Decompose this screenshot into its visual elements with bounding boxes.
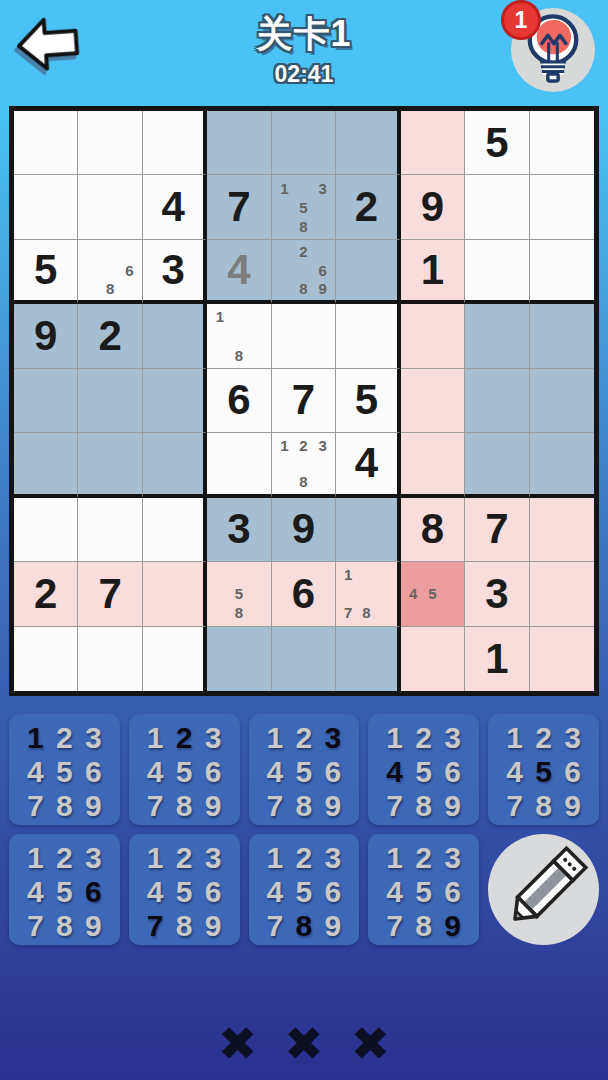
cell-r1c7[interactable]: [401, 111, 465, 175]
keypad-digit: 5: [289, 875, 318, 909]
cell-r6c7[interactable]: [401, 433, 465, 497]
keypad-digit: 3: [318, 841, 347, 875]
cell-value: 5: [485, 122, 508, 164]
keypad-button-2[interactable]: 123456789: [129, 714, 240, 825]
cell-value: 3: [485, 573, 508, 615]
cell-value: 6: [227, 379, 250, 421]
cell-value: 2: [355, 186, 378, 228]
note-digit: 8: [294, 473, 313, 491]
cell-r6c2[interactable]: [78, 433, 142, 497]
cell-r3c8[interactable]: [465, 240, 529, 304]
cell-r4c4[interactable]: 18: [207, 304, 271, 368]
cell-value: 7: [485, 508, 508, 550]
cell-r9c6[interactable]: [336, 627, 400, 691]
keypad-digit: 3: [438, 721, 467, 755]
cell-r4c1[interactable]: 9: [14, 304, 78, 368]
keypad-digit: 1: [380, 721, 409, 755]
cell-value: 3: [161, 249, 184, 291]
cell-r2c2[interactable]: [78, 175, 142, 239]
cell-value: 4: [227, 249, 250, 291]
keypad-digit: 5: [50, 755, 79, 789]
keypad-digit: 7: [261, 789, 290, 823]
keypad-digit: 5: [170, 755, 199, 789]
cell-notes: 1358: [275, 178, 332, 235]
note-digit: 1: [210, 307, 229, 326]
cell-value: 7: [292, 379, 315, 421]
cell-r4c2[interactable]: 2: [78, 304, 142, 368]
note-digit: 5: [423, 584, 442, 603]
cell-r9c9[interactable]: [530, 627, 594, 691]
keypad-digit: 6: [199, 875, 228, 909]
cell-r4c7[interactable]: [401, 304, 465, 368]
cell-r4c3[interactable]: [143, 304, 207, 368]
cell-r7c8[interactable]: 7: [465, 498, 529, 562]
cell-r3c6[interactable]: [336, 240, 400, 304]
keypad-digit: 6: [438, 875, 467, 909]
keypad-digit: 2: [529, 721, 558, 755]
cell-value: 7: [98, 573, 121, 615]
keypad-digit: 9: [438, 909, 467, 943]
cell-value: 9: [292, 508, 315, 550]
note-digit: 3: [313, 178, 332, 197]
keypad-digit: 4: [261, 755, 290, 789]
keypad-digit: 2: [409, 721, 438, 755]
sudoku-app-screen: 关卡1 02:41 1 5471358295683426891921867512…: [0, 0, 608, 1080]
note-digit: 8: [229, 603, 248, 622]
keypad-digit: 6: [199, 755, 228, 789]
cell-notes: 178: [339, 565, 393, 622]
cell-r4c9[interactable]: [530, 304, 594, 368]
keypad-digit: 5: [289, 755, 318, 789]
cell-r2c8[interactable]: [465, 175, 529, 239]
cell-r2c1[interactable]: [14, 175, 78, 239]
cell-value: 2: [34, 573, 57, 615]
cell-r1c5[interactable]: [272, 111, 336, 175]
cell-r5c5[interactable]: 7: [272, 369, 336, 433]
keypad-digit: 1: [380, 841, 409, 875]
cell-notes: 18: [210, 307, 267, 364]
cell-value: 5: [355, 379, 378, 421]
cell-r9c4[interactable]: [207, 627, 271, 691]
keypad-digit: 4: [141, 755, 170, 789]
cell-r8c2[interactable]: 7: [78, 562, 142, 626]
keypad-digit: 9: [199, 789, 228, 823]
cell-notes: 58: [210, 565, 267, 622]
cell-value: 2: [98, 315, 121, 357]
keypad-digit: 2: [409, 841, 438, 875]
keypad-digit: 8: [170, 789, 199, 823]
keypad-digit: 7: [21, 789, 50, 823]
cell-r2c6[interactable]: 2: [336, 175, 400, 239]
keypad-digit: 3: [199, 721, 228, 755]
keypad-digit: 1: [21, 841, 50, 875]
cell-r5c2[interactable]: [78, 369, 142, 433]
keypad-button-6[interactable]: 123456789: [9, 834, 120, 945]
cell-notes: 1238: [275, 436, 332, 490]
hint-button[interactable]: 1: [511, 8, 595, 92]
cell-r2c9[interactable]: [530, 175, 594, 239]
note-digit: 1: [275, 178, 294, 197]
keypad-button-7[interactable]: 123456789: [129, 834, 240, 945]
keypad-digit: 3: [79, 721, 108, 755]
cell-r7c5[interactable]: 9: [272, 498, 336, 562]
keypad-digit: 7: [141, 789, 170, 823]
keypad-digit: 4: [21, 755, 50, 789]
cell-r2c5[interactable]: 1358: [272, 175, 336, 239]
cell-r6c3[interactable]: [143, 433, 207, 497]
note-digit: 5: [229, 584, 248, 603]
note-digit: 1: [339, 565, 357, 584]
cell-r1c9[interactable]: [530, 111, 594, 175]
cell-r5c8[interactable]: [465, 369, 529, 433]
cell-r9c5[interactable]: [272, 627, 336, 691]
note-digit: 8: [357, 603, 375, 622]
cell-r7c2[interactable]: [78, 498, 142, 562]
keypad-digit: 2: [289, 841, 318, 875]
cell-r1c6[interactable]: [336, 111, 400, 175]
cell-r8c4[interactable]: 58: [207, 562, 271, 626]
cell-r2c7[interactable]: 9: [401, 175, 465, 239]
cell-r3c4[interactable]: 4: [207, 240, 271, 304]
cell-r4c5[interactable]: [272, 304, 336, 368]
cell-r3c9[interactable]: [530, 240, 594, 304]
keypad-digit: 4: [380, 755, 409, 789]
keypad-digit: 5: [170, 875, 199, 909]
cell-r4c8[interactable]: [465, 304, 529, 368]
note-digit: 8: [101, 279, 120, 297]
keypad-button-8[interactable]: 123456789: [249, 834, 360, 945]
cell-r6c1[interactable]: [14, 433, 78, 497]
cell-r7c6[interactable]: [336, 498, 400, 562]
cell-r8c8[interactable]: 3: [465, 562, 529, 626]
keypad-digit: 5: [409, 755, 438, 789]
keypad-digit: 3: [438, 841, 467, 875]
mistake-x-icon: ✖: [218, 1006, 257, 1080]
keypad-digit: 9: [199, 909, 228, 943]
note-digit: 2: [294, 243, 313, 261]
note-digit: 6: [313, 261, 332, 279]
keypad-digit: 9: [318, 789, 347, 823]
cell-r7c9[interactable]: [530, 498, 594, 562]
cell-r4c6[interactable]: [336, 304, 400, 368]
header: 关卡1 02:41 1: [0, 0, 608, 106]
keypad-digit: 2: [50, 841, 79, 875]
cell-r5c6[interactable]: 5: [336, 369, 400, 433]
keypad-digit: 9: [79, 789, 108, 823]
keypad-digit: 9: [558, 789, 587, 823]
keypad-digit: 8: [50, 789, 79, 823]
keypad-digit: 9: [438, 789, 467, 823]
keypad-digit: 3: [199, 841, 228, 875]
cell-r9c8[interactable]: 1: [465, 627, 529, 691]
note-digit: 6: [120, 261, 139, 279]
cell-r5c3[interactable]: [143, 369, 207, 433]
keypad-digit: 2: [170, 721, 199, 755]
cell-r7c7[interactable]: 8: [401, 498, 465, 562]
cell-value: 1: [421, 249, 444, 291]
mistake-x-icon: ✖: [351, 1006, 390, 1080]
cell-value: 5: [34, 249, 57, 291]
cell-r5c1[interactable]: [14, 369, 78, 433]
keypad-digit: 3: [558, 721, 587, 755]
cell-r9c2[interactable]: [78, 627, 142, 691]
keypad-digit: 6: [438, 755, 467, 789]
cell-r7c3[interactable]: [143, 498, 207, 562]
note-digit: 5: [294, 198, 313, 217]
keypad-digit: 8: [529, 789, 558, 823]
cell-r3c7[interactable]: 1: [401, 240, 465, 304]
cell-r7c4[interactable]: 3: [207, 498, 271, 562]
note-digit: 3: [313, 436, 332, 454]
note-digit: 9: [313, 279, 332, 297]
keypad-digit: 4: [21, 875, 50, 909]
note-digit: 4: [404, 584, 423, 603]
cell-r6c8[interactable]: [465, 433, 529, 497]
cell-value: 4: [355, 442, 378, 484]
cell-r3c1[interactable]: 5: [14, 240, 78, 304]
cell-r9c3[interactable]: [143, 627, 207, 691]
keypad-digit: 9: [79, 909, 108, 943]
keypad-digit: 6: [558, 755, 587, 789]
keypad-digit: 7: [261, 909, 290, 943]
cell-r6c9[interactable]: [530, 433, 594, 497]
keypad-button-9[interactable]: 123456789: [368, 834, 479, 945]
keypad-digit: 4: [380, 875, 409, 909]
keypad-digit: 8: [289, 909, 318, 943]
keypad-digit: 5: [529, 755, 558, 789]
keypad-digit: 4: [500, 755, 529, 789]
note-digit: 1: [275, 436, 294, 454]
keypad-digit: 8: [409, 909, 438, 943]
cell-r8c6[interactable]: 178: [336, 562, 400, 626]
cell-r5c9[interactable]: [530, 369, 594, 433]
cell-r2c4[interactable]: 7: [207, 175, 271, 239]
cell-r3c3[interactable]: 3: [143, 240, 207, 304]
cell-r9c1[interactable]: [14, 627, 78, 691]
pencil-notes-button[interactable]: [488, 834, 599, 945]
keypad-digit: 7: [380, 909, 409, 943]
cell-value: 3: [227, 508, 250, 550]
cell-notes: 45: [404, 565, 461, 622]
cell-value: 7: [227, 186, 250, 228]
keypad-digit: 3: [79, 841, 108, 875]
mistakes-row: ✖✖✖: [0, 1006, 608, 1080]
cell-r1c3[interactable]: [143, 111, 207, 175]
keypad-digit: 6: [318, 755, 347, 789]
keypad-digit: 7: [380, 789, 409, 823]
cell-value: 8: [421, 508, 444, 550]
cell-notes: 2689: [275, 243, 332, 297]
cell-r5c7[interactable]: [401, 369, 465, 433]
cell-r9c7[interactable]: [401, 627, 465, 691]
keypad-button-5[interactable]: 123456789: [488, 714, 599, 825]
cell-r6c5[interactable]: 1238: [272, 433, 336, 497]
keypad-digit: 5: [409, 875, 438, 909]
note-digit: 8: [294, 279, 313, 297]
keypad-digit: 8: [170, 909, 199, 943]
mistake-x-icon: ✖: [284, 1006, 323, 1080]
cell-r5c4[interactable]: 6: [207, 369, 271, 433]
cell-r7c1[interactable]: [14, 498, 78, 562]
note-digit: 2: [294, 436, 313, 454]
cell-r1c8[interactable]: 5: [465, 111, 529, 175]
keypad-digit: 1: [500, 721, 529, 755]
keypad-digit: 1: [21, 721, 50, 755]
number-keypad: 1234567891234567891234567891234567891234…: [9, 714, 599, 945]
note-digit: 8: [229, 346, 248, 365]
pencil-icon: [494, 840, 594, 940]
cell-r8c5[interactable]: 6: [272, 562, 336, 626]
cell-r2c3[interactable]: 4: [143, 175, 207, 239]
cell-notes: 68: [81, 243, 138, 297]
cell-r8c3[interactable]: [143, 562, 207, 626]
cell-r8c7[interactable]: 45: [401, 562, 465, 626]
keypad-digit: 7: [500, 789, 529, 823]
keypad-button-1[interactable]: 123456789: [9, 714, 120, 825]
keypad-digit: 2: [170, 841, 199, 875]
cell-r1c1[interactable]: [14, 111, 78, 175]
keypad-digit: 2: [50, 721, 79, 755]
keypad-digit: 4: [141, 875, 170, 909]
cell-value: 4: [161, 186, 184, 228]
keypad-digit: 2: [289, 721, 318, 755]
keypad-digit: 1: [261, 721, 290, 755]
cell-r1c2[interactable]: [78, 111, 142, 175]
cell-r1c4[interactable]: [207, 111, 271, 175]
keypad-button-3[interactable]: 123456789: [249, 714, 360, 825]
keypad-digit: 6: [79, 875, 108, 909]
sudoku-board: 5471358295683426891921867512384398727586…: [9, 106, 599, 696]
keypad-digit: 8: [50, 909, 79, 943]
cell-value: 1: [485, 638, 508, 680]
cell-r3c5[interactable]: 2689: [272, 240, 336, 304]
cell-value: 9: [421, 186, 444, 228]
keypad-digit: 5: [50, 875, 79, 909]
note-digit: 8: [294, 217, 313, 236]
keypad-digit: 7: [141, 909, 170, 943]
keypad-digit: 1: [141, 721, 170, 755]
cell-value: 9: [34, 315, 57, 357]
cell-r6c6[interactable]: 4: [336, 433, 400, 497]
keypad-digit: 1: [141, 841, 170, 875]
keypad-button-4[interactable]: 123456789: [368, 714, 479, 825]
note-digit: 7: [339, 603, 357, 622]
cell-r8c1[interactable]: 2: [14, 562, 78, 626]
keypad-digit: 8: [289, 789, 318, 823]
cell-r6c4[interactable]: [207, 433, 271, 497]
keypad-digit: 8: [409, 789, 438, 823]
hint-badge: 1: [501, 0, 541, 40]
keypad-digit: 4: [261, 875, 290, 909]
keypad-digit: 7: [21, 909, 50, 943]
cell-r3c2[interactable]: 68: [78, 240, 142, 304]
keypad-digit: 3: [318, 721, 347, 755]
cell-r8c9[interactable]: [530, 562, 594, 626]
keypad-digit: 6: [79, 755, 108, 789]
keypad-digit: 9: [318, 909, 347, 943]
keypad-digit: 6: [318, 875, 347, 909]
cell-value: 6: [292, 573, 315, 615]
keypad-digit: 1: [261, 841, 290, 875]
